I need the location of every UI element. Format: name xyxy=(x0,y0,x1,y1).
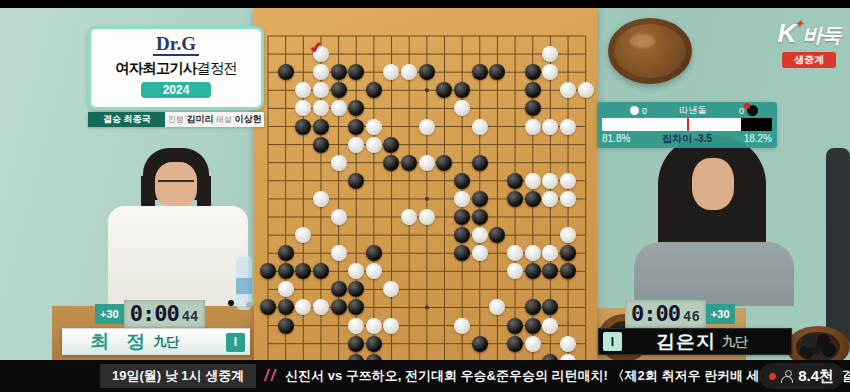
shuttlecock-icon: ✦ xyxy=(795,18,802,29)
white-blouse xyxy=(108,206,248,306)
black-stone xyxy=(436,82,452,98)
board-point xyxy=(436,117,454,135)
board-point xyxy=(471,81,489,99)
board-point xyxy=(383,244,401,262)
board-point xyxy=(471,154,489,172)
board-point xyxy=(506,335,524,353)
board-point xyxy=(418,117,436,135)
board-point xyxy=(489,335,507,353)
board-point xyxy=(294,81,312,99)
black-stone xyxy=(507,173,523,189)
board-point xyxy=(541,99,559,117)
black-stone xyxy=(278,318,294,334)
board-point xyxy=(277,353,295,360)
board-point xyxy=(347,298,365,316)
black-stone xyxy=(348,100,364,116)
black-stone xyxy=(278,263,294,279)
board-point xyxy=(365,172,383,190)
board-point xyxy=(489,81,507,99)
board-point xyxy=(453,172,471,190)
board-point xyxy=(577,99,595,117)
board-point xyxy=(506,154,524,172)
board-point xyxy=(294,280,312,298)
board-point xyxy=(347,81,365,99)
lcd-left: 0:00 44 xyxy=(124,300,205,328)
board-point xyxy=(347,117,365,135)
black-stones-in-bowl xyxy=(796,332,841,360)
board-point xyxy=(436,298,454,316)
board-point xyxy=(436,45,454,63)
board-point xyxy=(436,244,454,262)
board-point xyxy=(559,136,577,154)
board-point xyxy=(489,353,507,360)
board-point xyxy=(277,99,295,117)
channel-rest: 바둑 xyxy=(803,24,841,46)
board-point xyxy=(471,262,489,280)
board-point xyxy=(577,117,595,135)
event-title: 여자최고기사결정전 xyxy=(91,59,261,78)
board-point xyxy=(559,298,577,316)
board-point xyxy=(277,172,295,190)
board-point xyxy=(312,335,330,353)
black-stone xyxy=(331,64,347,80)
board-point xyxy=(400,99,418,117)
board-point xyxy=(383,262,401,280)
board-point: ✔ xyxy=(312,45,330,63)
board-point xyxy=(524,208,542,226)
board-point xyxy=(506,298,524,316)
black-stone xyxy=(489,64,505,80)
board-point xyxy=(453,136,471,154)
board-point xyxy=(383,190,401,208)
board-point xyxy=(294,190,312,208)
board-point xyxy=(312,81,330,99)
board-point xyxy=(559,262,577,280)
white-stone xyxy=(542,46,558,62)
board-point xyxy=(277,136,295,154)
board-point xyxy=(400,172,418,190)
white-stone-icon xyxy=(630,106,639,115)
white-stone xyxy=(525,245,541,261)
board-point xyxy=(577,280,595,298)
ticker-separator: // xyxy=(264,367,277,385)
black-stone xyxy=(278,299,294,315)
white-stone xyxy=(383,281,399,297)
board-point xyxy=(259,298,277,316)
board-point xyxy=(471,136,489,154)
board-point xyxy=(312,353,330,360)
white-stone xyxy=(560,227,576,243)
black-stone xyxy=(542,263,558,279)
go-board: ✔ xyxy=(254,8,597,360)
board-point xyxy=(453,262,471,280)
board-point xyxy=(365,63,383,81)
board-point xyxy=(541,172,559,190)
board-point xyxy=(418,45,436,63)
black-stone xyxy=(525,64,541,80)
white-stone xyxy=(313,64,329,80)
board-point xyxy=(383,117,401,135)
board-point xyxy=(524,353,542,360)
board-point xyxy=(541,63,559,81)
board-point xyxy=(400,117,418,135)
board-point xyxy=(453,45,471,63)
white-stone xyxy=(278,281,294,297)
board-point xyxy=(559,81,577,99)
board-point xyxy=(365,208,383,226)
board-point xyxy=(365,353,383,360)
board-point xyxy=(259,335,277,353)
black-stone xyxy=(454,82,470,98)
board-point xyxy=(347,99,365,117)
board-point xyxy=(277,335,295,353)
board-point xyxy=(418,280,436,298)
board-point xyxy=(330,81,348,99)
board-point xyxy=(577,81,595,99)
board-point xyxy=(541,117,559,135)
board-point xyxy=(506,172,524,190)
event-title-rest: 결정전 xyxy=(196,60,237,76)
board-point xyxy=(559,226,577,244)
commentator-name: 이상헌 xyxy=(234,114,261,124)
player-right-badge: I xyxy=(603,332,622,351)
board-point xyxy=(577,262,595,280)
clock-right: 0:00 46 +30 xyxy=(625,300,735,328)
white-stone xyxy=(366,119,382,135)
board-point xyxy=(365,335,383,353)
board-point xyxy=(506,63,524,81)
captures-row: 0 따낸돌 0 xyxy=(602,104,772,117)
black-stone xyxy=(348,173,364,189)
board-point xyxy=(347,45,365,63)
board-point xyxy=(294,63,312,81)
board-point xyxy=(259,280,277,298)
board-point xyxy=(541,81,559,99)
board-point xyxy=(365,154,383,172)
board-point xyxy=(277,298,295,316)
board-point xyxy=(259,244,277,262)
black-stone xyxy=(331,281,347,297)
board-point xyxy=(294,353,312,360)
board-point xyxy=(489,298,507,316)
white-stone xyxy=(331,245,347,261)
board-point xyxy=(436,99,454,117)
white-stone xyxy=(560,119,576,135)
black-stone xyxy=(454,209,470,225)
black-stone xyxy=(525,299,541,315)
board-point xyxy=(294,226,312,244)
board-point xyxy=(506,27,524,45)
board-point xyxy=(400,335,418,353)
board-point xyxy=(312,226,330,244)
board-point xyxy=(436,226,454,244)
news-ticker: 19일(월) 낮 1시 생중계 // 신진서 vs 구쯔하오, 전기대회 우승&… xyxy=(0,360,850,392)
board-point xyxy=(453,63,471,81)
board-point xyxy=(365,99,383,117)
board-point xyxy=(541,280,559,298)
board-point xyxy=(489,262,507,280)
board-point xyxy=(559,45,577,63)
board-point xyxy=(577,190,595,208)
board-point xyxy=(489,317,507,335)
board-point xyxy=(383,226,401,244)
board-point xyxy=(277,45,295,63)
board-point xyxy=(294,172,312,190)
glasses-icon xyxy=(158,180,194,187)
board-point xyxy=(471,317,489,335)
black-stone xyxy=(295,119,311,135)
table-stone xyxy=(228,300,234,306)
board-point xyxy=(559,244,577,262)
host-label: 진행 xyxy=(168,115,184,124)
board-point xyxy=(577,244,595,262)
board-point xyxy=(559,190,577,208)
board-point xyxy=(259,136,277,154)
board-point xyxy=(330,226,348,244)
black-stone xyxy=(260,299,276,315)
white-stone xyxy=(454,318,470,334)
channel-logo: K✦바둑 생중계 xyxy=(770,18,848,68)
board-point xyxy=(347,226,365,244)
black-stone xyxy=(436,155,452,171)
board-point xyxy=(489,208,507,226)
board-point xyxy=(259,262,277,280)
board-point xyxy=(436,154,454,172)
board-point xyxy=(489,136,507,154)
board-point xyxy=(471,172,489,190)
board-point xyxy=(347,353,365,360)
board-point xyxy=(259,317,277,335)
board-point xyxy=(312,136,330,154)
board-point xyxy=(365,262,383,280)
water-bottle xyxy=(236,256,252,310)
white-stone xyxy=(348,318,364,334)
black-stone xyxy=(525,82,541,98)
board-point xyxy=(559,172,577,190)
viewer-icon xyxy=(781,370,793,382)
board-point xyxy=(489,226,507,244)
board-point xyxy=(524,27,542,45)
white-stone xyxy=(295,299,311,315)
board-point xyxy=(365,280,383,298)
board-point xyxy=(541,244,559,262)
board-point xyxy=(436,172,454,190)
board-point xyxy=(347,136,365,154)
ai-winrate-panel: 0 따낸돌 0 81.8% 집차이 -3.5 18.2% xyxy=(597,102,777,148)
board-point xyxy=(577,353,595,360)
board-point xyxy=(541,226,559,244)
black-stone xyxy=(295,263,311,279)
white-stone xyxy=(313,299,329,315)
white-stone xyxy=(331,209,347,225)
board-point xyxy=(559,208,577,226)
white-stone xyxy=(542,245,558,261)
black-stone xyxy=(278,64,294,80)
black-stone xyxy=(313,263,329,279)
match-stage: 결승 최종국 xyxy=(88,112,165,127)
board-point xyxy=(347,63,365,81)
board-point xyxy=(471,244,489,262)
board-point xyxy=(294,335,312,353)
black-stone xyxy=(348,336,364,352)
nameplate-black-player: I 김은지 九단 xyxy=(598,328,792,355)
clock-left-seconds: 44 xyxy=(182,308,199,324)
board-point xyxy=(365,27,383,45)
sponsor-logo: Dr.G xyxy=(153,34,199,56)
board-point xyxy=(400,45,418,63)
white-stone xyxy=(507,263,523,279)
board-point xyxy=(577,208,595,226)
board-point xyxy=(418,353,436,360)
board-point xyxy=(312,262,330,280)
black-stone xyxy=(331,299,347,315)
board-point xyxy=(418,244,436,262)
board-point xyxy=(400,63,418,81)
board-point xyxy=(418,298,436,316)
black-stone xyxy=(525,100,541,116)
board-point xyxy=(330,335,348,353)
board-point xyxy=(453,99,471,117)
white-stone xyxy=(401,64,417,80)
white-stone xyxy=(560,191,576,207)
commentator-label: 해설 xyxy=(216,115,232,124)
board-point xyxy=(400,27,418,45)
board-point xyxy=(312,63,330,81)
board-point xyxy=(383,298,401,316)
white-stone xyxy=(542,191,558,207)
white-stone xyxy=(489,299,505,315)
board-point xyxy=(506,45,524,63)
board-point xyxy=(277,117,295,135)
board-point xyxy=(506,117,524,135)
board-point xyxy=(365,317,383,335)
board-point xyxy=(418,81,436,99)
board-point xyxy=(541,208,559,226)
board-point xyxy=(312,117,330,135)
board-point xyxy=(383,63,401,81)
player-left-badge: I xyxy=(226,333,245,352)
board-point xyxy=(506,262,524,280)
white-stone xyxy=(313,100,329,116)
board-point xyxy=(330,262,348,280)
board-point xyxy=(418,27,436,45)
board-point xyxy=(489,99,507,117)
board-point xyxy=(259,172,277,190)
white-stone xyxy=(542,173,558,189)
board-point xyxy=(330,208,348,226)
board-point xyxy=(418,99,436,117)
board-point xyxy=(347,190,365,208)
board-point xyxy=(559,335,577,353)
board-point xyxy=(453,190,471,208)
lcd-right: 0:00 46 xyxy=(625,300,706,328)
board-point xyxy=(489,154,507,172)
board-point xyxy=(489,172,507,190)
board-point xyxy=(541,262,559,280)
board-point xyxy=(489,190,507,208)
black-stone xyxy=(383,155,399,171)
board-point xyxy=(436,136,454,154)
black-stone xyxy=(472,64,488,80)
board-point xyxy=(436,208,454,226)
board-point xyxy=(400,298,418,316)
board-point xyxy=(418,226,436,244)
black-stone xyxy=(507,336,523,352)
white-stone xyxy=(560,336,576,352)
board-point xyxy=(312,244,330,262)
white-stone xyxy=(525,173,541,189)
black-stone xyxy=(507,318,523,334)
board-point xyxy=(277,317,295,335)
last-move-check-icon: ✔ xyxy=(309,38,324,58)
board-point xyxy=(312,280,330,298)
board-point xyxy=(471,335,489,353)
board-point xyxy=(559,117,577,135)
board-point xyxy=(277,190,295,208)
winrate-row: 81.8% 집차이 -3.5 18.2% xyxy=(602,131,772,146)
broadcast-frame: ✔ Dr.G 여자최고기사결정전 2024 결승 최종국 진행 김미리 해설 이… xyxy=(0,0,850,392)
board-point xyxy=(294,262,312,280)
board-point xyxy=(347,262,365,280)
board-point xyxy=(541,154,559,172)
board-point xyxy=(524,226,542,244)
black-stone xyxy=(366,336,382,352)
board-point xyxy=(489,244,507,262)
board-point xyxy=(471,190,489,208)
white-stone xyxy=(401,209,417,225)
board-point xyxy=(383,172,401,190)
black-stone xyxy=(383,137,399,153)
board-point xyxy=(506,136,524,154)
clock-left-main: 0:00 xyxy=(130,300,179,328)
center-tick xyxy=(687,118,689,131)
channel-name: K✦바둑 xyxy=(770,18,848,49)
white-winrate: 81.8% xyxy=(602,133,630,144)
white-stone xyxy=(419,209,435,225)
board-point xyxy=(471,45,489,63)
board-point xyxy=(559,353,577,360)
white-stone xyxy=(331,155,347,171)
board-point xyxy=(347,280,365,298)
board-point xyxy=(453,244,471,262)
board-point xyxy=(541,353,559,360)
board-point xyxy=(418,190,436,208)
board-point xyxy=(330,244,348,262)
board-point xyxy=(436,353,454,360)
black-stone xyxy=(313,119,329,135)
ticker-schedule: 19일(월) 낮 1시 생중계 xyxy=(100,364,256,388)
board-point xyxy=(524,280,542,298)
viewer-count: 8.4천 xyxy=(798,367,834,386)
black-stone xyxy=(419,64,435,80)
board-point xyxy=(489,45,507,63)
board-point xyxy=(436,81,454,99)
board-point xyxy=(330,99,348,117)
board-point xyxy=(436,280,454,298)
board-point xyxy=(294,208,312,226)
white-stone xyxy=(331,100,347,116)
board-point xyxy=(277,226,295,244)
territory-difference: 집차이 -3.5 xyxy=(662,132,712,146)
board-point xyxy=(453,154,471,172)
board-point xyxy=(312,99,330,117)
board-point xyxy=(330,117,348,135)
board-point xyxy=(541,190,559,208)
board-point xyxy=(436,27,454,45)
board-point xyxy=(259,353,277,360)
board-point xyxy=(506,244,524,262)
board-point xyxy=(577,226,595,244)
